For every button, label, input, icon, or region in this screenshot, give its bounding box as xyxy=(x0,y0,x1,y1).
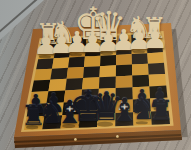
chess-set-photo: ♜♞♟♚♛♟♞♜♟♟♟♟♟♟♟♟♟♟♟♟♟♟♟♟♜♞♝♚♛♝♞♜ xyxy=(0,0,191,150)
light-overlay xyxy=(0,0,191,150)
